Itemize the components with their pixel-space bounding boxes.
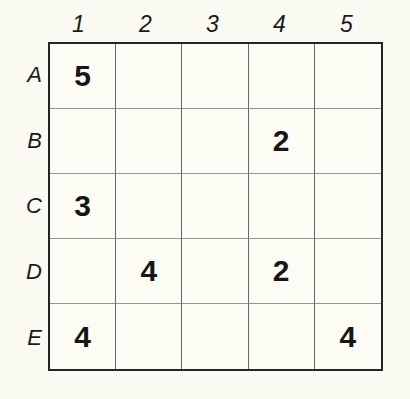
cell-A5[interactable] [315,44,381,109]
row-label-B: B [0,108,48,174]
column-label-3: 3 [179,8,246,40]
puzzle-grid: 5 2 3 4 2 4 4 [48,42,383,371]
cell-E3[interactable] [182,304,248,369]
column-labels: 1 2 3 4 5 [48,8,383,40]
cell-D5[interactable] [315,239,381,304]
cell-B1[interactable] [50,109,116,174]
cell-B4[interactable]: 2 [249,109,315,174]
row-label-C: C [0,174,48,240]
cell-A2[interactable] [116,44,182,109]
cell-E5[interactable]: 4 [315,304,381,369]
cell-D2[interactable]: 4 [116,239,182,304]
column-label-1: 1 [45,8,112,40]
column-label-4: 4 [246,8,313,40]
row-label-D: D [0,239,48,305]
cell-B5[interactable] [315,109,381,174]
column-label-5: 5 [313,8,380,40]
cell-C4[interactable] [249,174,315,239]
cell-E4[interactable] [249,304,315,369]
cell-E1[interactable]: 4 [50,304,116,369]
cell-A4[interactable] [249,44,315,109]
cell-B2[interactable] [116,109,182,174]
row-label-A: A [0,42,48,108]
row-label-E: E [0,305,48,371]
cell-E2[interactable] [116,304,182,369]
cell-C5[interactable] [315,174,381,239]
cell-C2[interactable] [116,174,182,239]
cell-A3[interactable] [182,44,248,109]
cell-B3[interactable] [182,109,248,174]
cell-C1[interactable]: 3 [50,174,116,239]
cell-D3[interactable] [182,239,248,304]
cell-D4[interactable]: 2 [249,239,315,304]
cell-A1[interactable]: 5 [50,44,116,109]
row-labels: A B C D E [0,42,48,371]
cell-C3[interactable] [182,174,248,239]
cell-D1[interactable] [50,239,116,304]
column-label-2: 2 [112,8,179,40]
